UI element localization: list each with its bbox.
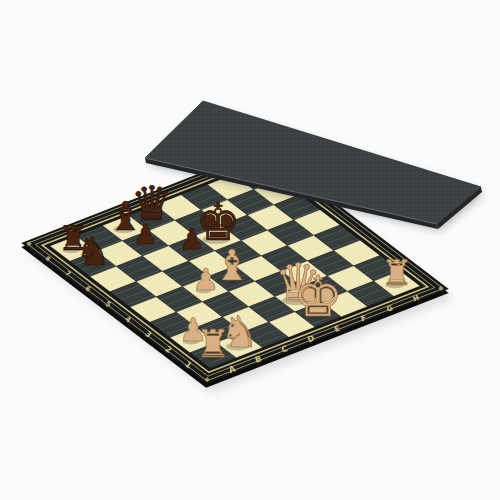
piece-glyph-knight: ♞: [75, 228, 110, 274]
piece-light-rook-a1: ♜: [196, 322, 230, 366]
piece-light-king-e1: ♚: [293, 264, 343, 329]
piece-dark-pawn-d6: ♟: [179, 222, 205, 256]
piece-light-pawn-c4: ♟: [192, 262, 219, 297]
piece-dark-pawn-c7: ♟: [133, 218, 159, 251]
piece-dark-knight-a7: ♞: [75, 228, 110, 274]
piece-light-rook-h1: ♜: [381, 252, 413, 293]
piece-glyph-king: ♚: [293, 264, 343, 329]
piece-glyph-pawn: ♟: [179, 222, 205, 256]
piece-glyph-pawn: ♟: [133, 218, 159, 251]
product-photo: ABCDEFGH12345678♛♝♚♟♟♜♞♝♜♟♛♚♟♞♜: [0, 0, 500, 500]
chess-scene: ABCDEFGH12345678♛♝♚♟♟♜♞♝♜♟♛♚♟♞♜: [0, 0, 500, 500]
piece-glyph-pawn: ♟: [192, 262, 219, 297]
piece-glyph-rook: ♜: [196, 322, 230, 366]
piece-glyph-rook: ♜: [381, 252, 413, 293]
